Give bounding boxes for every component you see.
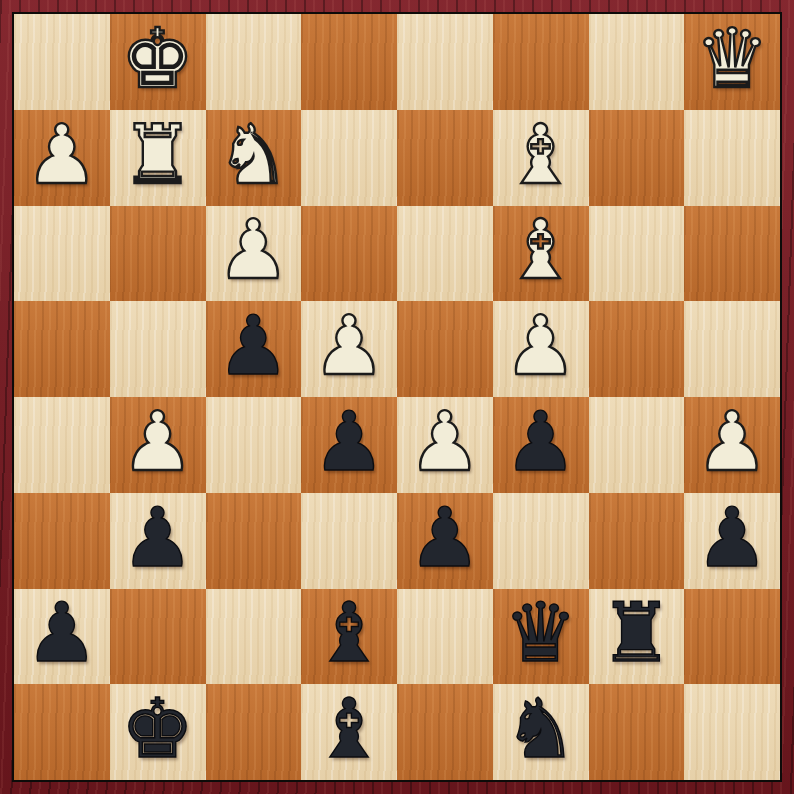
white-pawn-piece: ♟ xyxy=(312,305,386,387)
square-f2[interactable]: ♛ xyxy=(493,589,589,685)
black-pawn-piece: ♟ xyxy=(312,401,386,483)
square-f6[interactable]: ♝ xyxy=(493,206,589,302)
square-b1[interactable]: ♚ xyxy=(110,684,206,780)
white-bishop-piece: ♝ xyxy=(504,114,578,196)
square-f7[interactable]: ♝ xyxy=(493,110,589,206)
square-h1[interactable] xyxy=(684,684,780,780)
square-d3[interactable] xyxy=(301,493,397,589)
square-b8[interactable]: ♚ xyxy=(110,14,206,110)
square-d4[interactable]: ♟ xyxy=(301,397,397,493)
square-e2[interactable] xyxy=(397,589,493,685)
square-e8[interactable] xyxy=(397,14,493,110)
square-e7[interactable] xyxy=(397,110,493,206)
square-e4[interactable]: ♟ xyxy=(397,397,493,493)
white-knight-piece: ♞ xyxy=(217,114,291,196)
square-f1[interactable]: ♞ xyxy=(493,684,589,780)
square-g6[interactable] xyxy=(589,206,685,302)
square-c1[interactable] xyxy=(206,684,302,780)
square-a3[interactable] xyxy=(14,493,110,589)
square-a4[interactable] xyxy=(14,397,110,493)
black-pawn-piece: ♟ xyxy=(25,592,99,674)
square-a6[interactable] xyxy=(14,206,110,302)
square-e6[interactable] xyxy=(397,206,493,302)
square-c2[interactable] xyxy=(206,589,302,685)
square-c4[interactable] xyxy=(206,397,302,493)
square-b6[interactable] xyxy=(110,206,206,302)
square-b4[interactable]: ♟ xyxy=(110,397,206,493)
white-pawn-piece: ♟ xyxy=(695,401,769,483)
black-pawn-piece: ♟ xyxy=(695,497,769,579)
white-pawn-piece: ♟ xyxy=(408,401,482,483)
black-bishop-piece: ♝ xyxy=(312,688,386,770)
square-f4[interactable]: ♟ xyxy=(493,397,589,493)
square-f3[interactable] xyxy=(493,493,589,589)
square-c3[interactable] xyxy=(206,493,302,589)
square-d2[interactable]: ♝ xyxy=(301,589,397,685)
square-b5[interactable] xyxy=(110,301,206,397)
square-h7[interactable] xyxy=(684,110,780,206)
square-e5[interactable] xyxy=(397,301,493,397)
square-a2[interactable]: ♟ xyxy=(14,589,110,685)
white-pawn-piece: ♟ xyxy=(504,305,578,387)
white-bishop-piece: ♝ xyxy=(504,209,578,291)
square-a8[interactable] xyxy=(14,14,110,110)
square-d7[interactable] xyxy=(301,110,397,206)
square-g3[interactable] xyxy=(589,493,685,589)
square-f8[interactable] xyxy=(493,14,589,110)
square-a7[interactable]: ♟ xyxy=(14,110,110,206)
white-pawn-piece: ♟ xyxy=(217,209,291,291)
square-c8[interactable] xyxy=(206,14,302,110)
black-pawn-piece: ♟ xyxy=(504,401,578,483)
square-h4[interactable]: ♟ xyxy=(684,397,780,493)
square-d1[interactable]: ♝ xyxy=(301,684,397,780)
square-g5[interactable] xyxy=(589,301,685,397)
white-pawn-piece: ♟ xyxy=(121,401,195,483)
square-e3[interactable]: ♟ xyxy=(397,493,493,589)
square-g7[interactable] xyxy=(589,110,685,206)
square-b7[interactable]: ♜ xyxy=(110,110,206,206)
chess-board-frame: ♚♛♟♜♞♝♟♝♟♟♟♟♟♟♟♟♟♟♟♟♝♛♜♚♝♞ xyxy=(0,0,794,794)
white-pawn-piece: ♟ xyxy=(25,114,99,196)
square-h6[interactable] xyxy=(684,206,780,302)
black-queen-piece: ♛ xyxy=(504,592,578,674)
square-d5[interactable]: ♟ xyxy=(301,301,397,397)
square-c6[interactable]: ♟ xyxy=(206,206,302,302)
chess-board: ♚♛♟♜♞♝♟♝♟♟♟♟♟♟♟♟♟♟♟♟♝♛♜♚♝♞ xyxy=(12,12,782,782)
black-king-piece: ♚ xyxy=(121,688,195,770)
black-pawn-piece: ♟ xyxy=(121,497,195,579)
square-d6[interactable] xyxy=(301,206,397,302)
square-c7[interactable]: ♞ xyxy=(206,110,302,206)
square-a1[interactable] xyxy=(14,684,110,780)
square-g8[interactable] xyxy=(589,14,685,110)
black-rook-piece: ♜ xyxy=(600,592,674,674)
square-b3[interactable]: ♟ xyxy=(110,493,206,589)
square-h5[interactable] xyxy=(684,301,780,397)
black-knight-piece: ♞ xyxy=(504,688,578,770)
square-g4[interactable] xyxy=(589,397,685,493)
square-g2[interactable]: ♜ xyxy=(589,589,685,685)
square-f5[interactable]: ♟ xyxy=(493,301,589,397)
black-pawn-piece: ♟ xyxy=(408,497,482,579)
square-h8[interactable]: ♛ xyxy=(684,14,780,110)
white-rook-piece: ♜ xyxy=(121,114,195,196)
square-d8[interactable] xyxy=(301,14,397,110)
white-queen-piece: ♛ xyxy=(695,18,769,100)
square-b2[interactable] xyxy=(110,589,206,685)
square-c5[interactable]: ♟ xyxy=(206,301,302,397)
square-h3[interactable]: ♟ xyxy=(684,493,780,589)
square-g1[interactable] xyxy=(589,684,685,780)
black-bishop-piece: ♝ xyxy=(312,592,386,674)
black-pawn-piece: ♟ xyxy=(217,305,291,387)
square-a5[interactable] xyxy=(14,301,110,397)
square-e1[interactable] xyxy=(397,684,493,780)
square-h2[interactable] xyxy=(684,589,780,685)
white-king-piece: ♚ xyxy=(121,18,195,100)
